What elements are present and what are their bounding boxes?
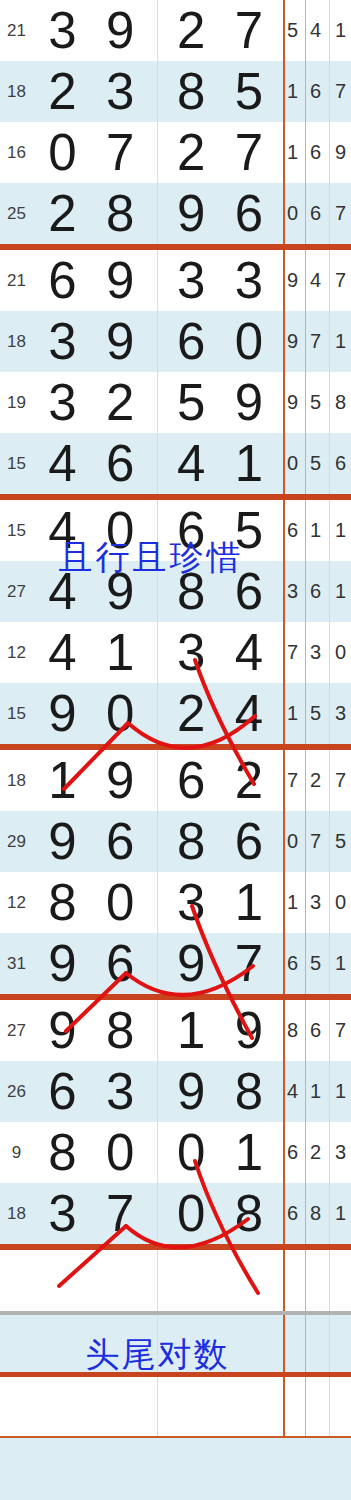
main-digit: 6 <box>158 750 225 811</box>
main-digit: 2 <box>158 122 225 183</box>
main-digit: 3 <box>158 622 225 683</box>
tail-digit: 1 <box>329 500 351 561</box>
sum-label: 21 <box>0 0 33 61</box>
tail-digit: 5 <box>283 0 305 61</box>
tail-digit: 5 <box>305 683 329 744</box>
tail-digit: 7 <box>305 311 329 372</box>
sum-label: 12 <box>0 622 33 683</box>
tail-digit: 0 <box>329 872 351 933</box>
sum-label: 18 <box>0 750 33 811</box>
main-digit: 4 <box>33 561 91 622</box>
trend-table: 2139275411823851671607271692528960672169… <box>0 0 351 1250</box>
tail-digit: 9 <box>329 122 351 183</box>
tail-digit: 5 <box>305 372 329 433</box>
footer-area <box>0 1438 351 1500</box>
empty-spacer-row <box>0 1250 351 1311</box>
chart-row: 274986361 <box>0 561 351 622</box>
tail-digit: 2 <box>305 1122 329 1183</box>
main-digit: 0 <box>33 122 91 183</box>
main-digit: 8 <box>91 1000 158 1061</box>
main-digit: 3 <box>33 1183 91 1244</box>
tail-digit: 8 <box>283 1000 305 1061</box>
empty-cell <box>283 1250 305 1311</box>
tail-digit: 3 <box>283 561 305 622</box>
tail-digit: 6 <box>305 1000 329 1061</box>
main-digit: 5 <box>158 372 225 433</box>
empty-cell <box>158 1250 225 1311</box>
sum-label: 18 <box>0 311 33 372</box>
chart-row: 124134730 <box>0 622 351 683</box>
main-digit: 8 <box>91 183 158 244</box>
tail-digit: 1 <box>329 311 351 372</box>
main-digit: 9 <box>224 372 283 433</box>
tail-digit: 3 <box>305 872 329 933</box>
chart-row: 183708681 <box>0 1183 351 1244</box>
tail-digit: 0 <box>283 433 305 494</box>
main-digit: 4 <box>158 433 225 494</box>
main-digit: 2 <box>33 61 91 122</box>
tail-digit: 6 <box>283 933 305 994</box>
main-digit: 9 <box>158 1061 225 1122</box>
chart-row: 299686075 <box>0 811 351 872</box>
main-digit: 9 <box>33 1000 91 1061</box>
chart-row: 159024153 <box>0 683 351 744</box>
main-digit: 0 <box>91 500 158 561</box>
tail-digit: 8 <box>305 1183 329 1244</box>
empty-cell <box>329 1250 351 1311</box>
main-digit: 6 <box>91 433 158 494</box>
tail-digit: 8 <box>329 372 351 433</box>
tail-digit: 6 <box>305 561 329 622</box>
empty-cell <box>329 1377 351 1436</box>
sum-label: 27 <box>0 1000 33 1061</box>
main-digit: 2 <box>158 0 225 61</box>
empty-cell <box>158 1377 225 1436</box>
tail-digit: 4 <box>305 250 329 311</box>
empty-cell <box>283 1377 305 1436</box>
main-digit: 1 <box>224 872 283 933</box>
tail-digit: 2 <box>305 750 329 811</box>
tail-digit: 7 <box>329 183 351 244</box>
main-digit: 3 <box>91 61 158 122</box>
main-digit: 8 <box>158 61 225 122</box>
tail-digit: 4 <box>305 0 329 61</box>
main-digit: 8 <box>158 811 225 872</box>
main-digit: 4 <box>224 683 283 744</box>
main-digit: 9 <box>33 683 91 744</box>
main-digit: 9 <box>158 933 225 994</box>
tail-digit: 7 <box>283 622 305 683</box>
tail-digit: 7 <box>329 750 351 811</box>
main-digit: 4 <box>33 433 91 494</box>
tail-digit: 5 <box>305 933 329 994</box>
chart-row: 160727169 <box>0 122 351 183</box>
chart-row: 193259958 <box>0 372 351 433</box>
tail-digit: 5 <box>305 433 329 494</box>
main-digit: 7 <box>91 122 158 183</box>
chart-row: 183960971 <box>0 311 351 372</box>
main-digit: 1 <box>224 433 283 494</box>
chart-row: 182385167 <box>0 61 351 122</box>
sum-label: 15 <box>0 500 33 561</box>
empty-bottom-row <box>0 1377 351 1436</box>
main-digit: 0 <box>158 1183 225 1244</box>
pair-label-text: 头尾对数 <box>0 1332 315 1378</box>
main-digit: 3 <box>91 1061 158 1122</box>
main-digit: 1 <box>33 750 91 811</box>
main-digit: 8 <box>224 1061 283 1122</box>
main-digit: 5 <box>224 500 283 561</box>
main-digit: 8 <box>158 561 225 622</box>
sum-label: 19 <box>0 372 33 433</box>
tail-digit: 1 <box>329 1183 351 1244</box>
main-digit: 9 <box>224 1000 283 1061</box>
main-digit: 2 <box>158 683 225 744</box>
main-digit: 6 <box>224 561 283 622</box>
tail-digit: 6 <box>283 1183 305 1244</box>
main-digit: 0 <box>224 311 283 372</box>
tail-digit: 7 <box>329 250 351 311</box>
tail-digit: 3 <box>329 683 351 744</box>
empty-cell <box>0 1377 33 1436</box>
main-digit: 3 <box>33 311 91 372</box>
main-digit: 9 <box>91 311 158 372</box>
tail-digit: 1 <box>283 872 305 933</box>
main-digit: 9 <box>91 0 158 61</box>
chart-row: 266398411 <box>0 1061 351 1122</box>
tail-digit: 5 <box>329 811 351 872</box>
tail-digit: 1 <box>283 122 305 183</box>
main-digit: 7 <box>224 933 283 994</box>
empty-cell <box>305 1250 329 1311</box>
main-digit: 8 <box>33 1122 91 1183</box>
sum-label: 29 <box>0 811 33 872</box>
tail-digit: 1 <box>305 500 329 561</box>
main-digit: 0 <box>91 872 158 933</box>
main-digit: 5 <box>224 61 283 122</box>
tail-digit: 0 <box>283 183 305 244</box>
empty-cell <box>224 1377 283 1436</box>
empty-cell <box>33 1377 91 1436</box>
empty-cell <box>329 1315 351 1372</box>
main-digit: 6 <box>33 1061 91 1122</box>
chart-row: 128031130 <box>0 872 351 933</box>
main-digit: 7 <box>224 122 283 183</box>
chart-row: 216933947 <box>0 250 351 311</box>
main-digit: 6 <box>224 183 283 244</box>
lottery-trend-chart: 2139275411823851671607271692528960672169… <box>0 0 351 1500</box>
empty-cell <box>0 1250 33 1311</box>
chart-row: 154641056 <box>0 433 351 494</box>
empty-cell <box>33 1250 91 1311</box>
tail-digit: 7 <box>329 61 351 122</box>
chart-row: 252896067 <box>0 183 351 244</box>
main-digit: 4 <box>224 622 283 683</box>
tail-digit: 6 <box>305 61 329 122</box>
sum-label: 26 <box>0 1061 33 1122</box>
main-digit: 3 <box>33 0 91 61</box>
main-digit: 6 <box>158 500 225 561</box>
tail-digit: 6 <box>305 122 329 183</box>
main-digit: 4 <box>33 500 91 561</box>
main-digit: 2 <box>33 183 91 244</box>
tail-digit: 4 <box>283 1061 305 1122</box>
main-digit: 6 <box>91 811 158 872</box>
tail-digit: 3 <box>329 1122 351 1183</box>
tail-digit: 1 <box>283 61 305 122</box>
sum-label: 18 <box>0 1183 33 1244</box>
chart-row: 279819867 <box>0 1000 351 1061</box>
main-digit: 3 <box>158 250 225 311</box>
tail-digit: 1 <box>305 1061 329 1122</box>
sum-label: 16 <box>0 122 33 183</box>
sum-label: 9 <box>0 1122 33 1183</box>
main-digit: 3 <box>33 372 91 433</box>
tail-digit: 7 <box>283 750 305 811</box>
main-digit: 8 <box>33 872 91 933</box>
sum-label: 27 <box>0 561 33 622</box>
main-digit: 9 <box>91 750 158 811</box>
sum-label: 15 <box>0 683 33 744</box>
sum-label: 12 <box>0 872 33 933</box>
main-digit: 1 <box>91 622 158 683</box>
main-digit: 9 <box>91 250 158 311</box>
main-digit: 9 <box>33 933 91 994</box>
empty-cell <box>224 1250 283 1311</box>
tail-digit: 1 <box>329 0 351 61</box>
tail-digit: 3 <box>305 622 329 683</box>
tail-digit: 1 <box>329 1061 351 1122</box>
tail-digit: 9 <box>283 372 305 433</box>
tail-digit: 6 <box>283 1122 305 1183</box>
main-digit: 6 <box>33 250 91 311</box>
chart-row: 154065611 <box>0 500 351 561</box>
main-digit: 3 <box>158 872 225 933</box>
main-digit: 2 <box>91 372 158 433</box>
main-digit: 9 <box>158 183 225 244</box>
tail-digit: 1 <box>283 683 305 744</box>
tail-digit: 6 <box>305 183 329 244</box>
main-digit: 8 <box>224 1183 283 1244</box>
main-digit: 6 <box>158 311 225 372</box>
tail-digit: 6 <box>329 433 351 494</box>
main-digit: 6 <box>91 933 158 994</box>
chart-row: 213927541 <box>0 0 351 61</box>
main-digit: 9 <box>91 561 158 622</box>
main-digit: 2 <box>224 750 283 811</box>
main-digit: 0 <box>158 1122 225 1183</box>
sum-label: 21 <box>0 250 33 311</box>
sum-label: 31 <box>0 933 33 994</box>
tail-digit: 9 <box>283 311 305 372</box>
tail-digit: 7 <box>305 811 329 872</box>
main-digit: 9 <box>33 811 91 872</box>
main-digit: 1 <box>224 1122 283 1183</box>
empty-cell <box>91 1250 158 1311</box>
tail-digit: 1 <box>329 933 351 994</box>
main-digit: 7 <box>224 0 283 61</box>
main-digit: 7 <box>91 1183 158 1244</box>
tail-digit: 1 <box>329 561 351 622</box>
sum-label: 15 <box>0 433 33 494</box>
main-digit: 0 <box>91 683 158 744</box>
main-digit: 4 <box>33 622 91 683</box>
tail-digit: 7 <box>329 1000 351 1061</box>
empty-cell <box>91 1377 158 1436</box>
main-digit: 6 <box>224 811 283 872</box>
tail-digit: 0 <box>283 811 305 872</box>
tail-digit: 6 <box>283 500 305 561</box>
main-digit: 1 <box>158 1000 225 1061</box>
empty-cell <box>305 1377 329 1436</box>
chart-row: 98001623 <box>0 1122 351 1183</box>
chart-row: 319697651 <box>0 933 351 994</box>
main-digit: 0 <box>91 1122 158 1183</box>
main-digit: 3 <box>224 250 283 311</box>
chart-row: 181962727 <box>0 750 351 811</box>
sum-label: 18 <box>0 61 33 122</box>
tail-digit: 0 <box>329 622 351 683</box>
tail-digit: 9 <box>283 250 305 311</box>
sum-label: 25 <box>0 183 33 244</box>
